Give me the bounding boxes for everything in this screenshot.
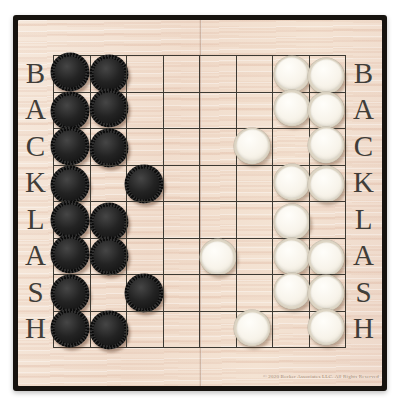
- cell-r3c1[interactable]: [53, 128, 90, 165]
- black-disc-r1c2[interactable]: [90, 54, 129, 93]
- cell-r5c6[interactable]: [236, 201, 273, 238]
- row-label-right-3: C: [345, 128, 382, 165]
- black-disc-r2c2[interactable]: [90, 89, 129, 128]
- cell-r6c7[interactable]: [272, 238, 309, 275]
- black-disc-r3c1[interactable]: [50, 126, 89, 165]
- row-label-right-7: S: [345, 274, 382, 311]
- cell-r1c4[interactable]: [163, 55, 200, 92]
- white-disc-r8c8[interactable]: [308, 309, 345, 346]
- cell-r8c5[interactable]: [199, 311, 236, 348]
- cell-r8c6[interactable]: [236, 311, 273, 348]
- row-label-left-8: H: [18, 311, 53, 348]
- cell-r8c2[interactable]: [90, 311, 127, 348]
- cell-r7c8[interactable]: [309, 274, 346, 311]
- cell-r4c7[interactable]: [272, 165, 309, 202]
- cell-r6c3[interactable]: [126, 238, 163, 275]
- cell-r7c5[interactable]: [199, 274, 236, 311]
- white-disc-r7c7[interactable]: [273, 272, 310, 309]
- black-disc-r1c1[interactable]: [50, 52, 89, 91]
- black-disc-r5c2[interactable]: [90, 202, 129, 241]
- white-disc-r3c6[interactable]: [234, 127, 271, 164]
- black-disc-r6c1[interactable]: [50, 235, 89, 274]
- row-label-left-5: L: [18, 201, 53, 238]
- black-disc-r3c2[interactable]: [90, 128, 129, 167]
- cell-r2c6[interactable]: [236, 92, 273, 129]
- cell-r2c5[interactable]: [199, 92, 236, 129]
- black-disc-r5c1[interactable]: [50, 200, 89, 239]
- cell-r8c3[interactable]: [126, 311, 163, 348]
- copyright-text: © 2020 Becker Associates LLC. All Rights…: [263, 374, 379, 379]
- white-disc-r2c8[interactable]: [308, 92, 345, 129]
- cell-r3c5[interactable]: [199, 128, 236, 165]
- cell-r4c8[interactable]: [309, 165, 346, 202]
- cell-r6c2[interactable]: [90, 238, 127, 275]
- game-grid: [53, 55, 346, 348]
- black-disc-r7c3[interactable]: [124, 273, 163, 312]
- white-disc-r6c7[interactable]: [273, 238, 310, 275]
- cell-r4c6[interactable]: [236, 165, 273, 202]
- row-label-right-4: K: [345, 165, 382, 202]
- black-disc-r7c1[interactable]: [50, 274, 89, 313]
- cell-r8c1[interactable]: [53, 311, 90, 348]
- cell-r2c2[interactable]: [90, 92, 127, 129]
- cell-r4c2[interactable]: [90, 165, 127, 202]
- white-disc-r7c8[interactable]: [308, 274, 345, 311]
- board-photo: BACKLASH BACKLASH © 2020 Becker Associat…: [0, 0, 400, 400]
- cell-r7c7[interactable]: [272, 274, 309, 311]
- row-label-left-7: S: [18, 274, 53, 311]
- cell-r3c8[interactable]: [309, 128, 346, 165]
- cell-r3c4[interactable]: [163, 128, 200, 165]
- cell-r1c6[interactable]: [236, 55, 273, 92]
- white-disc-r3c8[interactable]: [308, 126, 345, 163]
- cell-r5c7[interactable]: [272, 201, 309, 238]
- cell-r3c6[interactable]: [236, 128, 273, 165]
- cell-r5c5[interactable]: [199, 201, 236, 238]
- cell-r3c3[interactable]: [126, 128, 163, 165]
- white-disc-r4c7[interactable]: [273, 164, 310, 201]
- white-disc-r1c7[interactable]: [273, 55, 310, 92]
- cell-r4c4[interactable]: [163, 165, 200, 202]
- row-label-right-6: A: [345, 238, 382, 275]
- cell-r1c5[interactable]: [199, 55, 236, 92]
- cell-r6c4[interactable]: [163, 238, 200, 275]
- row-label-left-1: B: [18, 55, 53, 92]
- cell-r6c5[interactable]: [199, 238, 236, 275]
- row-labels-left: BACKLASH: [18, 55, 53, 347]
- white-disc-r1c8[interactable]: [308, 57, 345, 94]
- cell-r1c8[interactable]: [309, 55, 346, 92]
- black-disc-r8c1[interactable]: [50, 309, 89, 348]
- cell-r5c3[interactable]: [126, 201, 163, 238]
- cell-r1c7[interactable]: [272, 55, 309, 92]
- white-disc-r6c8[interactable]: [308, 240, 345, 277]
- cell-r7c6[interactable]: [236, 274, 273, 311]
- row-label-right-8: H: [345, 311, 382, 348]
- black-disc-r2c1[interactable]: [50, 92, 89, 131]
- row-label-left-4: K: [18, 165, 53, 202]
- cell-r8c7[interactable]: [272, 311, 309, 348]
- board-frame: BACKLASH BACKLASH © 2020 Becker Associat…: [13, 15, 387, 391]
- row-label-left-3: C: [18, 128, 53, 165]
- row-label-right-5: L: [345, 201, 382, 238]
- cell-r4c5[interactable]: [199, 165, 236, 202]
- cell-r5c1[interactable]: [53, 201, 90, 238]
- cell-r7c2[interactable]: [90, 274, 127, 311]
- cell-r2c4[interactable]: [163, 92, 200, 129]
- white-disc-r8c6[interactable]: [234, 310, 271, 347]
- cell-r1c1[interactable]: [53, 55, 90, 92]
- cell-r7c1[interactable]: [53, 274, 90, 311]
- cell-r1c2[interactable]: [90, 55, 127, 92]
- cell-r1c3[interactable]: [126, 55, 163, 92]
- row-labels-right: BACKLASH: [345, 55, 382, 347]
- cell-r6c6[interactable]: [236, 238, 273, 275]
- white-disc-r4c8[interactable]: [308, 166, 345, 203]
- black-disc-r6c2[interactable]: [90, 237, 129, 276]
- cell-r2c3[interactable]: [126, 92, 163, 129]
- cell-r3c2[interactable]: [90, 128, 127, 165]
- cell-r8c4[interactable]: [163, 311, 200, 348]
- cell-r5c4[interactable]: [163, 201, 200, 238]
- row-label-right-2: A: [345, 92, 382, 129]
- cell-r6c8[interactable]: [309, 238, 346, 275]
- cell-r6c1[interactable]: [53, 238, 90, 275]
- cell-r2c7[interactable]: [272, 92, 309, 129]
- cell-r8c8[interactable]: [309, 311, 346, 348]
- row-label-left-2: A: [18, 92, 53, 129]
- cell-r4c3[interactable]: [126, 165, 163, 202]
- cell-r5c8[interactable]: [309, 201, 346, 238]
- row-label-left-6: A: [18, 238, 53, 275]
- white-disc-r2c7[interactable]: [273, 90, 310, 127]
- cell-r4c1[interactable]: [53, 165, 90, 202]
- cell-r7c3[interactable]: [126, 274, 163, 311]
- cell-r2c1[interactable]: [53, 92, 90, 129]
- cell-r2c8[interactable]: [309, 92, 346, 129]
- cell-r3c7[interactable]: [272, 128, 309, 165]
- cell-r7c4[interactable]: [163, 274, 200, 311]
- cell-r5c2[interactable]: [90, 201, 127, 238]
- white-disc-r5c7[interactable]: [273, 203, 310, 240]
- board-surface: BACKLASH BACKLASH © 2020 Becker Associat…: [18, 20, 382, 386]
- row-label-right-1: B: [345, 55, 382, 92]
- black-disc-r4c1[interactable]: [50, 166, 89, 205]
- black-disc-r8c2[interactable]: [90, 311, 129, 350]
- black-disc-r4c3[interactable]: [124, 165, 163, 204]
- white-disc-r6c5[interactable]: [199, 239, 236, 276]
